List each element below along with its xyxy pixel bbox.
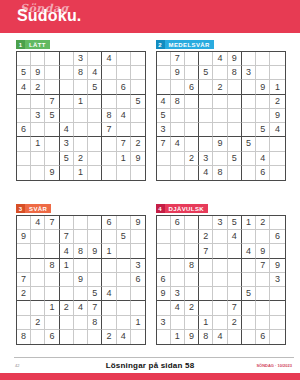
sudoku-cell-r7c3[interactable] — [185, 137, 199, 151]
sudoku-cell-r8c7[interactable] — [102, 316, 116, 330]
sudoku-cell-r5c9: 9 — [270, 109, 284, 123]
sudoku-cell-r3c7[interactable] — [242, 80, 256, 94]
sudoku-cell-r9c1[interactable] — [17, 166, 31, 180]
sudoku-cell-r6c3[interactable] — [45, 287, 59, 301]
sudoku-cell-r8c5[interactable] — [213, 152, 227, 166]
sudoku-cell-r7c5[interactable] — [213, 301, 227, 315]
sudoku-cell-r5c1: 5 — [157, 109, 171, 123]
sudoku-cell-r8c8: 4 — [256, 152, 270, 166]
sudoku-cell-r7c6: 7 — [228, 301, 242, 315]
sudoku-cell-r3c3[interactable] — [185, 244, 199, 258]
sudoku-cell-r4c5[interactable] — [213, 95, 227, 109]
sudoku-cell-r4c9: 9 — [270, 259, 284, 273]
sudoku-cell-r3c4: 7 — [199, 244, 213, 258]
sudoku-cell-r8c1[interactable] — [17, 152, 31, 166]
sudoku-cell-r1c7: 6 — [102, 216, 116, 230]
sudoku-cell-r8c8[interactable] — [256, 316, 270, 330]
sudoku-cell-r3c1[interactable] — [157, 244, 171, 258]
sudoku-cell-r2c4[interactable] — [60, 66, 74, 80]
sudoku-cell-r2c9: 6 — [270, 230, 284, 244]
sudoku-cell-r5c8[interactable] — [117, 273, 131, 287]
sudoku-cell-r9c3: 6 — [45, 330, 59, 344]
sudoku-cell-r2c5[interactable] — [213, 66, 227, 80]
sudoku-cell-r6c2: 3 — [171, 287, 185, 301]
sudoku-cell-r1c3[interactable] — [185, 216, 199, 230]
sudoku-cell-r4c4[interactable] — [199, 259, 213, 273]
sudoku-cell-r5c9[interactable] — [131, 109, 145, 123]
sudoku-cell-r4c6[interactable] — [88, 95, 102, 109]
sudoku-cell-r2c5[interactable] — [74, 230, 88, 244]
sudoku-cell-r4c7[interactable] — [102, 95, 116, 109]
sudoku-cell-r1c9[interactable] — [270, 216, 284, 230]
sudoku-cell-r9c6[interactable] — [228, 166, 242, 180]
sudoku-cell-r1c6[interactable] — [88, 216, 102, 230]
sudoku-cell-r3c4[interactable] — [60, 80, 74, 94]
sudoku-cell-r2c8[interactable] — [117, 66, 131, 80]
sudoku-cell-r8c4: 5 — [60, 152, 74, 166]
sudoku-cell-r2c1[interactable] — [157, 66, 171, 80]
sudoku-cell-r7c8[interactable] — [256, 137, 270, 151]
difficulty-label: LÄTT — [25, 40, 50, 49]
sudoku-cell-r4c5[interactable] — [213, 259, 227, 273]
sudoku-cell-r7c4[interactable] — [199, 137, 213, 151]
sudoku-cell-r7c8: 7 — [117, 137, 131, 151]
sudoku-cell-r7c2: 1 — [31, 137, 45, 151]
sudoku-cell-r9c8[interactable] — [117, 166, 131, 180]
sudoku-cell-r8c5: 2 — [74, 152, 88, 166]
sudoku-cell-r9c9[interactable] — [270, 166, 284, 180]
sudoku-cell-r8c3: 2 — [185, 152, 199, 166]
sudoku-cell-r4c8[interactable] — [117, 95, 131, 109]
sudoku-cell-r8c1[interactable] — [17, 316, 31, 330]
sudoku-cell-r5c8: 4 — [117, 109, 131, 123]
sudoku-cell-r6c5[interactable] — [74, 287, 88, 301]
sudoku-cell-r9c6[interactable] — [88, 330, 102, 344]
sudoku-cell-r9c4[interactable] — [60, 330, 74, 344]
sudoku-board-1: 345984425671535846471372521991 — [16, 51, 146, 181]
sudoku-cell-r6c2[interactable] — [31, 123, 45, 137]
sudoku-cell-r1c4[interactable] — [60, 52, 74, 66]
sudoku-cell-r8c6: 8 — [88, 316, 102, 330]
sudoku-cell-r6c6[interactable] — [88, 123, 102, 137]
sudoku-cell-r2c8[interactable] — [256, 230, 270, 244]
difficulty-badge-1: 1 LÄTT — [16, 40, 50, 49]
sudoku-cell-r8c2: 2 — [31, 316, 45, 330]
sudoku-cell-r6c3[interactable] — [45, 123, 59, 137]
page-footer: 42 Lösningar på sidan 58 SÖNDAG · 10/202… — [0, 357, 300, 373]
sudoku-cell-r6c3[interactable] — [185, 287, 199, 301]
sudoku-cell-r6c4[interactable] — [60, 287, 74, 301]
sudoku-cell-r6c6[interactable] — [228, 123, 242, 137]
sudoku-cell-r9c3[interactable] — [185, 166, 199, 180]
sudoku-cell-r9c2[interactable] — [31, 166, 45, 180]
sudoku-cell-r9c2[interactable] — [171, 166, 185, 180]
sudoku-cell-r8c3[interactable] — [185, 316, 199, 330]
sudoku-cell-r4c3: 8 — [45, 259, 59, 273]
sudoku-cell-r2c7[interactable] — [242, 230, 256, 244]
sudoku-cell-r9c8: 6 — [256, 330, 270, 344]
sudoku-cell-r3c8: 9 — [256, 80, 270, 94]
sudoku-cell-r8c4: 3 — [199, 152, 213, 166]
sudoku-cell-r7c7[interactable] — [102, 301, 116, 315]
sudoku-cell-r8c2[interactable] — [171, 152, 185, 166]
sudoku-cell-r7c4[interactable] — [199, 301, 213, 315]
sudoku-cell-r9c4: 8 — [199, 330, 213, 344]
sudoku-cell-r8c9[interactable] — [270, 316, 284, 330]
sudoku-cell-r6c8[interactable] — [256, 287, 270, 301]
sudoku-cell-r3c7: 4 — [242, 244, 256, 258]
sudoku-cell-r1c9[interactable] — [270, 52, 284, 66]
sudoku-cell-r6c2[interactable] — [171, 123, 185, 137]
sudoku-cell-r5c4[interactable] — [199, 109, 213, 123]
sudoku-cell-r4c7[interactable] — [102, 259, 116, 273]
sudoku-cell-r2c6: 8 — [228, 66, 242, 80]
difficulty-label: SVÅR — [25, 204, 51, 213]
sudoku-cell-r3c1[interactable] — [157, 80, 171, 94]
sudoku-cell-r8c9: 9 — [131, 152, 145, 166]
sudoku-cell-r1c7[interactable] — [242, 52, 256, 66]
sudoku-cell-r7c6: 7 — [88, 301, 102, 315]
sudoku-cell-r7c3: 2 — [185, 301, 199, 315]
folio-text: SÖNDAG · 10/2023 — [256, 363, 292, 368]
sudoku-cell-r4c4[interactable] — [199, 95, 213, 109]
sudoku-cell-r7c9[interactable] — [270, 301, 284, 315]
difficulty-badge-4: 4 DJÄVULSK — [156, 204, 209, 213]
sudoku-cell-r9c4[interactable] — [60, 166, 74, 180]
sudoku-cell-r9c9[interactable] — [131, 330, 145, 344]
sudoku-cell-r5c8[interactable] — [256, 109, 270, 123]
sudoku-cell-r3c5: 2 — [213, 80, 227, 94]
sudoku-cell-r7c7[interactable] — [242, 301, 256, 315]
sudoku-cell-r2c9[interactable] — [131, 230, 145, 244]
sudoku-cell-r3c5[interactable] — [213, 244, 227, 258]
sudoku-cell-r7c3[interactable] — [45, 137, 59, 151]
sudoku-cell-r7c7[interactable] — [102, 137, 116, 151]
sudoku-cell-r2c3[interactable] — [185, 66, 199, 80]
sudoku-cell-r4c3[interactable] — [185, 95, 199, 109]
sudoku-cell-r1c8[interactable] — [256, 52, 270, 66]
sudoku-cell-r1c2[interactable] — [31, 52, 45, 66]
sudoku-cell-r4c8[interactable] — [256, 95, 270, 109]
sudoku-cell-r2c4: 2 — [199, 230, 213, 244]
sudoku-cell-r4c6[interactable] — [88, 259, 102, 273]
sudoku-cell-r2c2[interactable] — [31, 230, 45, 244]
sudoku-cell-r2c5[interactable] — [213, 230, 227, 244]
sudoku-cell-r5c6[interactable] — [228, 109, 242, 123]
sudoku-cell-r8c2[interactable] — [171, 316, 185, 330]
sudoku-cell-r5c7[interactable] — [242, 109, 256, 123]
sudoku-cell-r8c6[interactable] — [88, 152, 102, 166]
sudoku-cell-r7c2[interactable] — [31, 301, 45, 315]
sudoku-cell-r3c4[interactable] — [199, 80, 213, 94]
sudoku-cell-r6c9[interactable] — [270, 287, 284, 301]
sudoku-cell-r1c3[interactable] — [185, 52, 199, 66]
sudoku-cell-r3c3[interactable] — [45, 244, 59, 258]
sudoku-cell-r3c7[interactable] — [102, 80, 116, 94]
sudoku-cell-r4c1[interactable] — [157, 259, 171, 273]
sudoku-cell-r2c7[interactable] — [102, 230, 116, 244]
sudoku-cell-r6c8[interactable] — [117, 287, 131, 301]
sudoku-cell-r1c2: 6 — [171, 216, 185, 230]
sudoku-cell-r8c5[interactable] — [74, 316, 88, 330]
sudoku-cell-r9c5[interactable] — [74, 330, 88, 344]
sudoku-cell-r5c2[interactable] — [171, 109, 185, 123]
sudoku-cell-r2c7: 3 — [242, 66, 256, 80]
sudoku-cell-r3c5[interactable] — [74, 80, 88, 94]
sudoku-cell-r4c3: 8 — [185, 259, 199, 273]
sudoku-cell-r9c7[interactable] — [242, 166, 256, 180]
sudoku-cell-r8c4[interactable] — [60, 316, 74, 330]
sudoku-cell-r4c2[interactable] — [31, 259, 45, 273]
sudoku-cell-r3c9[interactable] — [270, 244, 284, 258]
sudoku-cell-r2c3[interactable] — [185, 230, 199, 244]
sudoku-cell-r4c8[interactable] — [117, 259, 131, 273]
sudoku-cell-r8c8[interactable] — [117, 316, 131, 330]
sudoku-cell-r3c7: 1 — [102, 244, 116, 258]
sudoku-cell-r9c1[interactable] — [157, 166, 171, 180]
sudoku-cell-r3c6[interactable] — [228, 244, 242, 258]
sudoku-cell-r7c8[interactable] — [117, 301, 131, 315]
sudoku-cell-r6c4[interactable] — [199, 287, 213, 301]
puzzle-2-medelsvar: 2 MEDELSVÅR 7499583629148259354749523544… — [156, 40, 287, 181]
masthead-banner: Söndag Sudoku. — [0, 0, 300, 33]
sudoku-cell-r6c9[interactable] — [131, 287, 145, 301]
sudoku-cell-r1c1[interactable] — [17, 216, 31, 230]
sudoku-cell-r2c8: 5 — [117, 230, 131, 244]
sudoku-cell-r5c1[interactable] — [17, 109, 31, 123]
sudoku-cell-r2c9[interactable] — [270, 66, 284, 80]
sudoku-cell-r3c6: 9 — [88, 244, 102, 258]
puzzle-page: 1 LÄTT 345984425671535846471372521991 2 … — [16, 40, 286, 345]
sudoku-cell-r3c4: 4 — [60, 244, 74, 258]
sudoku-cell-r1c6[interactable] — [88, 52, 102, 66]
sudoku-cell-r6c5[interactable] — [74, 123, 88, 137]
sudoku-cell-r3c3: 6 — [185, 80, 199, 94]
sudoku-cell-r9c9[interactable] — [270, 330, 284, 344]
sudoku-cell-r4c4[interactable] — [60, 95, 74, 109]
sudoku-cell-r4c2[interactable] — [171, 259, 185, 273]
sudoku-cell-r1c1[interactable] — [157, 52, 171, 66]
sudoku-cell-r7c5[interactable] — [74, 137, 88, 151]
sudoku-cell-r9c7[interactable] — [242, 330, 256, 344]
sudoku-cell-r7c8[interactable] — [256, 301, 270, 315]
sudoku-cell-r3c9[interactable] — [131, 244, 145, 258]
sudoku-cell-r2c4: 5 — [199, 66, 213, 80]
sudoku-cell-r6c5[interactable] — [213, 123, 227, 137]
sudoku-cell-r5c7[interactable] — [102, 273, 116, 287]
sudoku-cell-r5c2[interactable] — [171, 273, 185, 287]
sudoku-cell-r3c6[interactable] — [228, 80, 242, 94]
sudoku-cell-r4c6[interactable] — [228, 259, 242, 273]
sudoku-cell-r1c5[interactable] — [74, 216, 88, 230]
sudoku-cell-r5c5[interactable] — [74, 109, 88, 123]
sudoku-cell-r4c6[interactable] — [228, 95, 242, 109]
sudoku-cell-r4c8: 7 — [256, 259, 270, 273]
difficulty-badge-2: 2 MEDELSVÅR — [156, 40, 214, 49]
sudoku-cell-r2c9[interactable] — [131, 66, 145, 80]
sudoku-board-3: 4769975489181379625412472818624 — [16, 215, 146, 345]
sudoku-cell-r8c2[interactable] — [31, 152, 45, 166]
sudoku-cell-r6c9[interactable] — [131, 123, 145, 137]
sudoku-cell-r2c2: 9 — [31, 66, 45, 80]
sudoku-cell-r9c8: 4 — [117, 330, 131, 344]
sudoku-cell-r5c5[interactable] — [213, 273, 227, 287]
sudoku-cell-r1c6: 9 — [228, 52, 242, 66]
sudoku-cell-r2c7[interactable] — [102, 66, 116, 80]
sudoku-cell-r5c3[interactable] — [45, 273, 59, 287]
sudoku-cell-r6c8[interactable] — [117, 123, 131, 137]
sudoku-cell-r6c3[interactable] — [185, 123, 199, 137]
sudoku-cell-r3c5: 8 — [74, 244, 88, 258]
sudoku-cell-r1c7: 4 — [102, 52, 116, 66]
sudoku-cell-r5c7[interactable] — [242, 273, 256, 287]
sudoku-board-4: 635122467498796393542731219846 — [156, 215, 286, 345]
puzzle-1-latt: 1 LÄTT 345984425671535846471372521991 — [16, 40, 147, 181]
sudoku-cell-r2c3[interactable] — [45, 230, 59, 244]
sudoku-cell-r7c7: 5 — [242, 137, 256, 151]
sudoku-cell-r5c6[interactable] — [88, 109, 102, 123]
sudoku-cell-r3c8[interactable] — [117, 244, 131, 258]
sudoku-cell-r2c1: 5 — [17, 66, 31, 80]
sudoku-cell-r7c6[interactable] — [228, 137, 242, 151]
sudoku-cell-r1c8[interactable] — [117, 216, 131, 230]
sudoku-cell-r4c7[interactable] — [242, 95, 256, 109]
sudoku-cell-r1c3[interactable] — [45, 52, 59, 66]
masthead-title: Sudoku. — [17, 7, 82, 25]
sudoku-cell-r7c4: 3 — [60, 137, 74, 151]
sudoku-cell-r3c1: 4 — [17, 80, 31, 94]
sudoku-cell-r9c1[interactable] — [157, 330, 171, 344]
sudoku-cell-r8c6: 2 — [228, 316, 242, 330]
sudoku-cell-r6c1: 2 — [17, 287, 31, 301]
sudoku-cell-r5c9: 6 — [131, 273, 145, 287]
sudoku-cell-r8c1[interactable] — [157, 152, 171, 166]
sudoku-cell-r7c1: 7 — [157, 137, 171, 151]
sudoku-cell-r6c7[interactable] — [242, 123, 256, 137]
sudoku-cell-r7c1[interactable] — [17, 301, 31, 315]
sudoku-cell-r1c1[interactable] — [17, 52, 31, 66]
sudoku-cell-r4c3: 7 — [45, 95, 59, 109]
sudoku-cell-r8c5[interactable] — [213, 316, 227, 330]
sudoku-cell-r3c2[interactable] — [31, 244, 45, 258]
sudoku-cell-r3c2[interactable] — [171, 80, 185, 94]
sudoku-cell-r7c9[interactable] — [270, 137, 284, 151]
sudoku-cell-r6c5[interactable] — [213, 287, 227, 301]
sudoku-cell-r5c4[interactable] — [60, 109, 74, 123]
sudoku-cell-r3c9[interactable] — [131, 80, 145, 94]
sudoku-cell-r5c5: 9 — [74, 273, 88, 287]
sudoku-cell-r8c7[interactable] — [242, 316, 256, 330]
sudoku-cell-r2c1[interactable] — [157, 230, 171, 244]
difficulty-number: 3 — [16, 204, 25, 213]
sudoku-cell-r8c4: 1 — [199, 316, 213, 330]
sudoku-cell-r9c6[interactable] — [228, 330, 242, 344]
sudoku-cell-r8c3[interactable] — [45, 152, 59, 166]
sudoku-cell-r6c4: 4 — [60, 123, 74, 137]
sudoku-cell-r1c2: 7 — [171, 52, 185, 66]
sudoku-cell-r9c3: 9 — [45, 166, 59, 180]
sudoku-cell-r6c4[interactable] — [199, 123, 213, 137]
sudoku-cell-r3c3[interactable] — [45, 80, 59, 94]
sudoku-cell-r8c7[interactable] — [102, 152, 116, 166]
sudoku-cell-r7c9[interactable] — [131, 301, 145, 315]
sudoku-cell-r9c5: 4 — [213, 330, 227, 344]
sudoku-cell-r9c2[interactable] — [31, 330, 45, 344]
sudoku-cell-r9c5: 1 — [74, 166, 88, 180]
sudoku-cell-r5c6[interactable] — [228, 273, 242, 287]
sudoku-cell-r1c4[interactable] — [60, 216, 74, 230]
sudoku-cell-r2c3[interactable] — [45, 66, 59, 80]
sudoku-cell-r5c5[interactable] — [213, 109, 227, 123]
sudoku-cell-r4c2: 8 — [171, 95, 185, 109]
sudoku-cell-r9c6[interactable] — [88, 166, 102, 180]
sudoku-cell-r1c4[interactable] — [199, 52, 213, 66]
sudoku-cell-r2c6: 4 — [228, 230, 242, 244]
sudoku-cell-r5c8[interactable] — [256, 273, 270, 287]
sudoku-cell-r4c5[interactable] — [74, 259, 88, 273]
sudoku-cell-r7c1[interactable] — [17, 137, 31, 151]
sudoku-cell-r5c3[interactable] — [185, 109, 199, 123]
sudoku-cell-r4c2[interactable] — [31, 95, 45, 109]
sudoku-cell-r9c2: 1 — [171, 330, 185, 344]
sudoku-cell-r4c7[interactable] — [242, 259, 256, 273]
sudoku-cell-r1c4[interactable] — [199, 216, 213, 230]
sudoku-cell-r5c2[interactable] — [31, 273, 45, 287]
sudoku-cell-r3c2[interactable] — [171, 244, 185, 258]
sudoku-cell-r8c9[interactable] — [270, 152, 284, 166]
sudoku-cell-r9c9[interactable] — [131, 166, 145, 180]
sudoku-cell-r5c4[interactable] — [60, 273, 74, 287]
sudoku-cell-r4c1[interactable] — [17, 95, 31, 109]
sudoku-cell-r9c7[interactable] — [102, 166, 116, 180]
sudoku-cell-r2c8[interactable] — [256, 66, 270, 80]
sudoku-cell-r8c9: 1 — [131, 316, 145, 330]
sudoku-cell-r1c5: 3 — [213, 216, 227, 230]
sudoku-cell-r5c6[interactable] — [88, 273, 102, 287]
sudoku-cell-r8c7[interactable] — [242, 152, 256, 166]
sudoku-cell-r6c1: 3 — [157, 123, 171, 137]
sudoku-cell-r1c3: 7 — [45, 216, 59, 230]
sudoku-cell-r7c1[interactable] — [157, 301, 171, 315]
sudoku-cell-r5c3[interactable] — [185, 273, 199, 287]
sudoku-cell-r3c1[interactable] — [17, 244, 31, 258]
sudoku-cell-r4c9: 3 — [131, 259, 145, 273]
sudoku-cell-r6c2[interactable] — [31, 287, 45, 301]
sudoku-cell-r4c1[interactable] — [17, 259, 31, 273]
sudoku-cell-r3c9: 1 — [270, 80, 284, 94]
sudoku-cell-r1c9[interactable] — [131, 52, 145, 66]
sudoku-cell-r2c1: 9 — [17, 230, 31, 244]
difficulty-label: MEDELSVÅR — [165, 40, 214, 49]
sudoku-cell-r9c7: 2 — [102, 330, 116, 344]
sudoku-cell-r7c2: 4 — [171, 137, 185, 151]
sudoku-cell-r4c5: 1 — [74, 95, 88, 109]
sudoku-cell-r5c2: 3 — [31, 109, 45, 123]
sudoku-cell-r1c9: 9 — [131, 216, 145, 230]
sudoku-cell-r5c4[interactable] — [199, 273, 213, 287]
sudoku-cell-r2c2[interactable] — [171, 230, 185, 244]
sudoku-cell-r3c6: 5 — [88, 80, 102, 94]
sudoku-cell-r6c7: 4 — [102, 287, 116, 301]
sudoku-cell-r7c6[interactable] — [88, 137, 102, 151]
sudoku-cell-r1c8[interactable] — [117, 52, 131, 66]
sudoku-cell-r6c6[interactable] — [228, 287, 242, 301]
sudoku-cell-r8c3[interactable] — [45, 316, 59, 330]
sudoku-cell-r4c9: 5 — [131, 95, 145, 109]
sudoku-cell-r5c3: 5 — [45, 109, 59, 123]
sudoku-cell-r1c1[interactable] — [157, 216, 171, 230]
sudoku-cell-r2c6[interactable] — [88, 230, 102, 244]
